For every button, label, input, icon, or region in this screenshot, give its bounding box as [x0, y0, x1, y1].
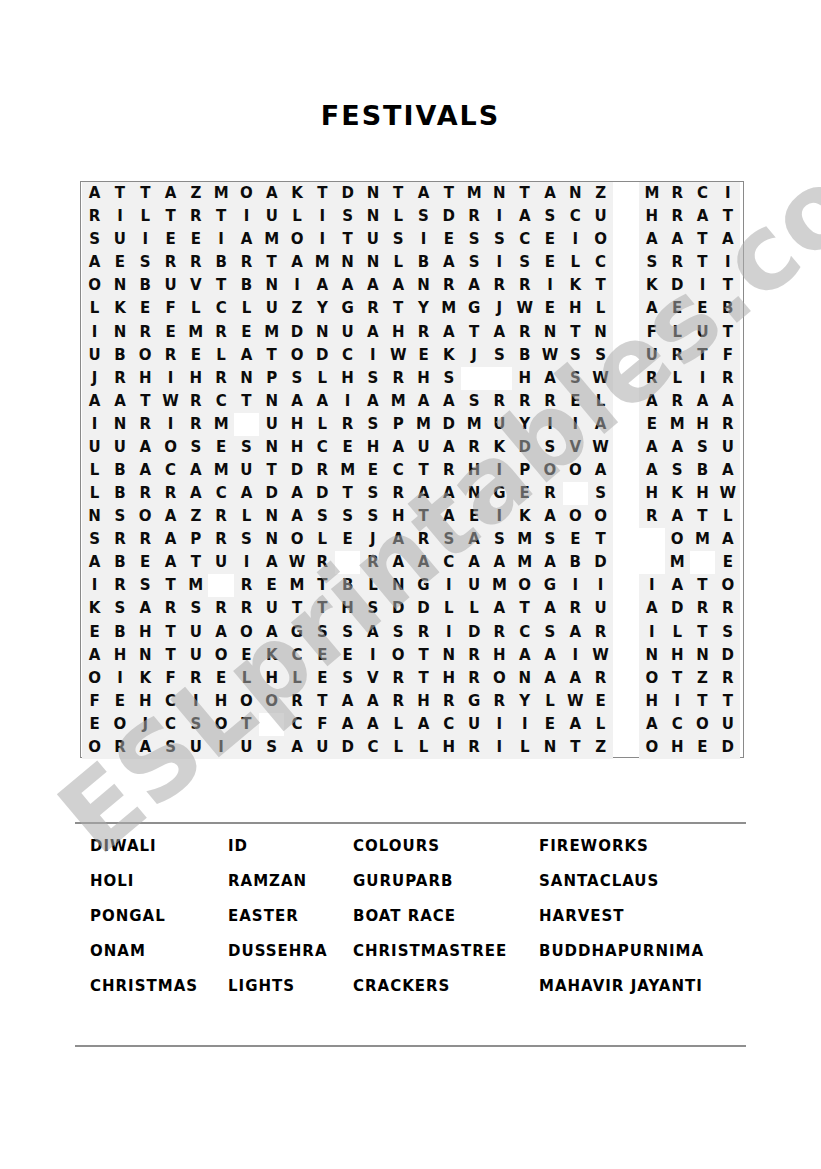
grid-cell: W	[512, 297, 537, 320]
grid-cell: R	[665, 390, 690, 413]
grid-cell: O	[82, 736, 107, 759]
grid-cell: E	[208, 436, 233, 459]
grid-cell: S	[436, 367, 461, 390]
grid-cell: R	[386, 667, 411, 690]
grid-cell: T	[158, 620, 183, 643]
grid-cell: T	[386, 182, 411, 205]
word-list-item: RAMZAN	[228, 872, 353, 890]
grid-cell: H	[386, 320, 411, 343]
grid-cell: A	[310, 390, 335, 413]
grid-cell: T	[690, 690, 715, 713]
grid-cell: R	[461, 205, 486, 228]
grid-cell: H	[487, 644, 512, 667]
grid-cell: C	[310, 436, 335, 459]
grid-cell: A	[133, 597, 158, 620]
grid-cell: I	[487, 251, 512, 274]
grid-cell: N	[259, 436, 284, 459]
grid-cell: R	[284, 690, 309, 713]
grid-cell: S	[360, 597, 385, 620]
grid-cell: K	[436, 344, 461, 367]
grid-cell: R	[461, 644, 486, 667]
grid-cell: E	[537, 251, 562, 274]
grid-cell: T	[386, 297, 411, 320]
grid-cell: S	[82, 528, 107, 551]
grid-cell: N	[461, 482, 486, 505]
grid-cell: A	[665, 228, 690, 251]
grid-cell-blank	[259, 713, 284, 736]
grid-cell: O	[639, 736, 664, 759]
grid-cell: E	[82, 620, 107, 643]
grid-cell: H	[386, 505, 411, 528]
grid-cell: T	[158, 205, 183, 228]
grid-cell: I	[563, 413, 588, 436]
grid-cell: H	[690, 482, 715, 505]
grid-cell: T	[208, 205, 233, 228]
grid-cell: S	[690, 436, 715, 459]
grid-cell: H	[335, 597, 360, 620]
grid-cell: H	[208, 690, 233, 713]
grid-cell: M	[208, 413, 233, 436]
grid-cell: A	[461, 551, 486, 574]
grid-cell: U	[208, 551, 233, 574]
grid-cell: A	[158, 505, 183, 528]
grid-cell: A	[284, 505, 309, 528]
grid-cell: M	[259, 228, 284, 251]
grid-cell: R	[411, 320, 436, 343]
grid-cell: A	[436, 320, 461, 343]
grid-cell: G	[487, 482, 512, 505]
grid-cell: M	[310, 251, 335, 274]
grid-cell: A	[436, 390, 461, 413]
grid-cell: S	[335, 205, 360, 228]
grid-cell: S	[133, 251, 158, 274]
grid-cell: B	[107, 459, 132, 482]
grid-cell: U	[487, 413, 512, 436]
grid-cell: A	[639, 390, 664, 413]
grid-cell: B	[107, 551, 132, 574]
grid-cell: A	[639, 597, 664, 620]
grid-cell: I	[588, 574, 613, 597]
grid-cell: I	[690, 367, 715, 390]
grid-cell: W	[588, 367, 613, 390]
grid-cell: S	[665, 459, 690, 482]
grid-cell: I	[107, 205, 132, 228]
word-list: DIWALIIDCOLOURSFIREWORKSHOLIRAMZANGURUPA…	[75, 824, 746, 995]
grid-cell: R	[436, 274, 461, 297]
grid-cell: R	[158, 482, 183, 505]
grid-cell: A	[82, 251, 107, 274]
grid-cell: D	[310, 482, 335, 505]
grid-cell: R	[386, 482, 411, 505]
grid-cell: P	[386, 413, 411, 436]
grid-cell: O	[588, 505, 613, 528]
grid-cell: L	[563, 251, 588, 274]
grid-cell: L	[665, 320, 690, 343]
grid-cell: A	[360, 690, 385, 713]
grid-cell: A	[82, 644, 107, 667]
grid-cell: A	[335, 690, 360, 713]
grid-cell: N	[588, 320, 613, 343]
grid-cell-blank	[690, 551, 715, 574]
grid-cell: I	[487, 205, 512, 228]
grid-cell: E	[234, 644, 259, 667]
grid-cell: L	[386, 713, 411, 736]
page-title: FESTIVALS	[0, 100, 821, 131]
grid-cell: T	[259, 459, 284, 482]
grid-cell: R	[487, 690, 512, 713]
grid-cell: U	[461, 713, 486, 736]
grid-cell: S	[335, 620, 360, 643]
grid-cell: A	[411, 482, 436, 505]
grid-cell: B	[133, 274, 158, 297]
grid-cell: M	[208, 459, 233, 482]
grid-cell: T	[310, 574, 335, 597]
grid-gutter	[613, 482, 639, 505]
grid-cell: C	[360, 736, 385, 759]
grid-cell: A	[639, 228, 664, 251]
grid-cell: R	[563, 597, 588, 620]
grid-cell: A	[234, 228, 259, 251]
grid-cell: A	[537, 367, 562, 390]
grid-cell-blank	[639, 528, 664, 551]
grid-cell: I	[310, 228, 335, 251]
grid-cell: N	[234, 367, 259, 390]
grid-cell: B	[563, 551, 588, 574]
grid-cell: J	[461, 344, 486, 367]
grid-cell: W	[537, 344, 562, 367]
grid-cell: A	[234, 344, 259, 367]
grid-cell: T	[158, 644, 183, 667]
grid-cell: A	[690, 390, 715, 413]
grid-cell: O	[512, 574, 537, 597]
grid-cell: O	[208, 644, 233, 667]
grid-cell: G	[537, 574, 562, 597]
grid-cell: I	[487, 736, 512, 759]
grid-cell: L	[234, 297, 259, 320]
grid-cell: D	[310, 344, 335, 367]
grid-cell: B	[107, 482, 132, 505]
grid-cell: D	[715, 736, 740, 759]
grid-cell: S	[360, 413, 385, 436]
grid-cell: A	[588, 459, 613, 482]
grid-gutter	[613, 551, 639, 574]
grid-cell: M	[284, 574, 309, 597]
grid-cell: H	[461, 459, 486, 482]
grid-cell: E	[259, 574, 284, 597]
grid-cell: K	[107, 297, 132, 320]
grid-cell: L	[234, 505, 259, 528]
grid-cell: W	[386, 344, 411, 367]
grid-cell: E	[461, 505, 486, 528]
grid-cell: U	[259, 205, 284, 228]
grid-cell: B	[512, 344, 537, 367]
grid-cell: U	[107, 228, 132, 251]
grid-cell: S	[537, 620, 562, 643]
grid-cell: W	[158, 390, 183, 413]
grid-cell: G	[461, 297, 486, 320]
grid-cell: Z	[183, 505, 208, 528]
grid-cell: A	[537, 182, 562, 205]
grid-cell: L	[665, 367, 690, 390]
word-list-item: EASTER	[228, 907, 353, 925]
grid-cell: U	[183, 644, 208, 667]
grid-cell: C	[208, 297, 233, 320]
grid-cell: H	[107, 644, 132, 667]
grid-cell: A	[133, 436, 158, 459]
grid-cell: S	[183, 436, 208, 459]
grid-cell: M	[386, 390, 411, 413]
grid-cell: A	[133, 459, 158, 482]
grid-cell: Y	[411, 297, 436, 320]
grid-cell: I	[158, 367, 183, 390]
grid-cell: H	[690, 413, 715, 436]
grid-cell: T	[208, 274, 233, 297]
grid-cell: C	[335, 344, 360, 367]
grid-cell: S	[158, 736, 183, 759]
grid-cell: A	[82, 551, 107, 574]
grid-cell: T	[284, 597, 309, 620]
grid-cell: L	[386, 736, 411, 759]
grid-cell: T	[335, 228, 360, 251]
grid-gutter	[613, 297, 639, 320]
grid-cell: S	[107, 597, 132, 620]
grid-cell: N	[107, 274, 132, 297]
grid-cell: O	[284, 344, 309, 367]
grid-cell: A	[208, 620, 233, 643]
grid-cell: L	[360, 574, 385, 597]
grid-cell: N	[537, 320, 562, 343]
word-list-item: ID	[228, 837, 353, 855]
grid-cell: R	[107, 367, 132, 390]
divider-bottom	[75, 1045, 746, 1047]
grid-cell: O	[715, 574, 740, 597]
grid-gutter	[613, 228, 639, 251]
grid-cell: B	[411, 251, 436, 274]
grid-cell: B	[715, 297, 740, 320]
grid-cell: R	[512, 390, 537, 413]
grid-gutter	[613, 620, 639, 643]
grid-cell: A	[563, 667, 588, 690]
grid-cell: S	[487, 344, 512, 367]
grid-cell: M	[183, 574, 208, 597]
grid-cell: C	[158, 459, 183, 482]
grid-cell: E	[310, 667, 335, 690]
grid-cell: Y	[512, 413, 537, 436]
grid-cell: E	[158, 228, 183, 251]
grid-cell: A	[715, 459, 740, 482]
grid-cell: M	[208, 182, 233, 205]
grid-cell: C	[436, 713, 461, 736]
grid-cell: G	[335, 297, 360, 320]
grid-cell: O	[665, 528, 690, 551]
grid-cell: U	[107, 436, 132, 459]
grid-cell: M	[461, 182, 486, 205]
grid-cell: M	[461, 413, 486, 436]
grid-cell: T	[411, 459, 436, 482]
grid-cell: I	[563, 574, 588, 597]
grid-cell: D	[284, 459, 309, 482]
grid-cell: A	[512, 644, 537, 667]
grid-cell: T	[588, 274, 613, 297]
grid-cell: N	[259, 528, 284, 551]
word-list-item: DUSSEHRA	[228, 942, 353, 960]
grid-cell: E	[537, 713, 562, 736]
grid-cell: R	[715, 367, 740, 390]
grid-cell: U	[360, 228, 385, 251]
grid-cell: S	[563, 344, 588, 367]
grid-cell: B	[107, 344, 132, 367]
grid-cell: U	[715, 713, 740, 736]
grid-cell: I	[107, 667, 132, 690]
grid-cell: F	[158, 297, 183, 320]
grid-cell: R	[335, 413, 360, 436]
grid-cell: M	[335, 459, 360, 482]
grid-cell: R	[665, 205, 690, 228]
grid-cell: R	[158, 597, 183, 620]
grid-cell: T	[310, 597, 335, 620]
grid-cell: U	[183, 620, 208, 643]
word-list-item: PONGAL	[90, 907, 228, 925]
grid-cell: D	[411, 597, 436, 620]
word-list-item: COLOURS	[353, 837, 539, 855]
word-list-item: GURUPARB	[353, 872, 539, 890]
grid-cell: N	[360, 182, 385, 205]
grid-cell: S	[461, 390, 486, 413]
grid-cell: I	[360, 344, 385, 367]
grid-cell: A	[639, 459, 664, 482]
grid-cell: A	[284, 390, 309, 413]
grid-cell: S	[487, 228, 512, 251]
grid-cell: Z	[183, 182, 208, 205]
grid-cell: S	[436, 528, 461, 551]
grid-cell: I	[208, 736, 233, 759]
grid-cell: I	[208, 228, 233, 251]
grid-cell: I	[436, 574, 461, 597]
word-list-item: CHRISTMASTREE	[353, 942, 539, 960]
grid-cell: A	[284, 251, 309, 274]
grid-cell: R	[158, 344, 183, 367]
grid-cell: T	[158, 574, 183, 597]
grid-cell: O	[588, 228, 613, 251]
grid-gutter	[613, 667, 639, 690]
grid-cell: S	[234, 436, 259, 459]
grid-cell: L	[310, 367, 335, 390]
grid-cell: A	[639, 297, 664, 320]
word-list-item: CHRISTMAS	[90, 977, 228, 995]
grid-cell: S	[360, 367, 385, 390]
grid-cell: A	[715, 228, 740, 251]
grid-cell: T	[512, 597, 537, 620]
grid-cell: U	[234, 736, 259, 759]
grid-cell: R	[183, 413, 208, 436]
grid-cell: S	[107, 505, 132, 528]
grid-cell: D	[715, 644, 740, 667]
grid-cell: R	[360, 297, 385, 320]
grid-cell: C	[284, 713, 309, 736]
grid-cell: I	[665, 690, 690, 713]
grid-cell: T	[335, 482, 360, 505]
grid-cell: A	[284, 736, 309, 759]
grid-cell: O	[563, 459, 588, 482]
grid-gutter	[613, 251, 639, 274]
grid-cell: N	[133, 644, 158, 667]
grid-cell: T	[588, 528, 613, 551]
grid-cell: L	[386, 205, 411, 228]
grid-cell: E	[690, 736, 715, 759]
grid-cell: A	[411, 390, 436, 413]
grid-cell: S	[461, 228, 486, 251]
grid-cell: A	[537, 505, 562, 528]
grid-cell: Z	[690, 667, 715, 690]
grid-cell: K	[82, 597, 107, 620]
grid-cell: J	[360, 528, 385, 551]
grid-cell: U	[82, 436, 107, 459]
grid-cell: S	[537, 528, 562, 551]
grid-gutter	[613, 367, 639, 390]
grid-cell: I	[183, 690, 208, 713]
grid-gutter	[613, 320, 639, 343]
grid-cell: I	[715, 251, 740, 274]
grid-cell: S	[512, 251, 537, 274]
grid-cell: C	[284, 644, 309, 667]
grid-cell: A	[588, 413, 613, 436]
grid-cell: E	[133, 551, 158, 574]
grid-cell: R	[234, 574, 259, 597]
word-list-item: LIGHTS	[228, 977, 353, 995]
grid-cell: C	[690, 182, 715, 205]
grid-cell: I	[284, 274, 309, 297]
grid-cell: E	[335, 644, 360, 667]
grid-cell: T	[715, 320, 740, 343]
grid-cell: A	[360, 390, 385, 413]
grid-cell: S	[335, 667, 360, 690]
grid-cell: T	[715, 690, 740, 713]
grid-cell: R	[133, 528, 158, 551]
grid-cell: H	[512, 367, 537, 390]
grid-cell: E	[183, 344, 208, 367]
grid-cell: R	[107, 574, 132, 597]
grid-cell: D	[588, 551, 613, 574]
grid-cell: R	[133, 482, 158, 505]
grid-cell: J	[133, 713, 158, 736]
grid-cell: K	[512, 505, 537, 528]
grid-cell: K	[133, 667, 158, 690]
grid-cell: H	[639, 205, 664, 228]
grid-cell: O	[639, 667, 664, 690]
grid-cell: E	[107, 251, 132, 274]
grid-cell: H	[133, 690, 158, 713]
grid-cell: R	[310, 551, 335, 574]
grid-cell: D	[386, 597, 411, 620]
grid-cell: B	[208, 251, 233, 274]
word-list-item: HARVEST	[539, 907, 761, 925]
grid-cell: H	[436, 667, 461, 690]
grid-cell: I	[436, 620, 461, 643]
grid-cell: C	[512, 228, 537, 251]
grid-cell: S	[183, 597, 208, 620]
grid-cell: U	[411, 436, 436, 459]
grid-cell: N	[436, 644, 461, 667]
grid-cell: T	[411, 667, 436, 690]
grid-cell: K	[563, 274, 588, 297]
grid-cell: E	[715, 551, 740, 574]
grid-cell: U	[639, 344, 664, 367]
grid-cell: W	[715, 482, 740, 505]
grid-gutter	[613, 736, 639, 759]
grid-cell: R	[208, 528, 233, 551]
grid-cell: H	[563, 297, 588, 320]
grid-cell: R	[715, 413, 740, 436]
